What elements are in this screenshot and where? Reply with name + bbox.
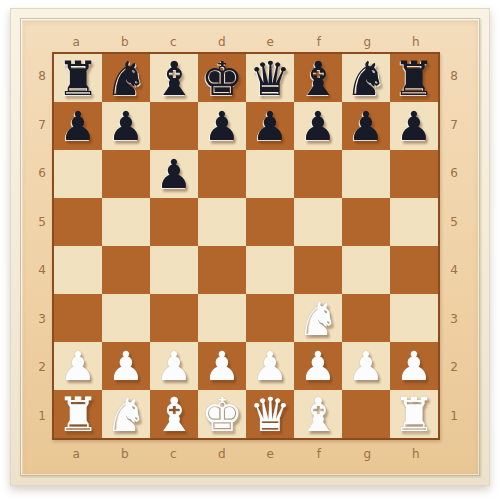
square-b1[interactable]: ♞ [102, 390, 150, 438]
square-f1[interactable]: ♝ [294, 390, 342, 438]
black-pawn[interactable]: ♟ [294, 102, 342, 150]
square-d2[interactable]: ♟ [198, 342, 246, 390]
board-face: abcdefgh abcdefgh 87654321 87654321 ♜♞♝♚… [22, 20, 478, 474]
square-b4[interactable] [102, 246, 150, 294]
square-h4[interactable] [390, 246, 438, 294]
square-g8[interactable]: ♞ [342, 54, 390, 102]
square-g6[interactable] [342, 150, 390, 198]
white-pawn[interactable]: ♟ [342, 342, 390, 390]
square-b7[interactable]: ♟ [102, 102, 150, 150]
square-c4[interactable] [150, 246, 198, 294]
rank-label-2: 2 [443, 343, 465, 392]
rank-label-8: 8 [31, 52, 53, 101]
square-b2[interactable]: ♟ [102, 342, 150, 390]
photo-background: abcdefgh abcdefgh 87654321 87654321 ♜♞♝♚… [0, 0, 500, 500]
square-a2[interactable]: ♟ [54, 342, 102, 390]
rank-label-6: 6 [31, 149, 53, 198]
white-king[interactable]: ♚ [198, 390, 246, 438]
square-a3[interactable] [54, 294, 102, 342]
file-labels-top: abcdefgh [52, 32, 440, 52]
rank-label-4: 4 [31, 246, 53, 295]
square-a5[interactable] [54, 198, 102, 246]
file-label-c: c [149, 444, 198, 464]
rank-label-7: 7 [443, 101, 465, 150]
square-e7[interactable]: ♟ [246, 102, 294, 150]
rank-label-3: 3 [443, 295, 465, 344]
file-label-d: d [198, 32, 247, 52]
square-c5[interactable] [150, 198, 198, 246]
white-pawn[interactable]: ♟ [294, 342, 342, 390]
file-label-b: b [101, 32, 150, 52]
square-e4[interactable] [246, 246, 294, 294]
black-knight[interactable]: ♞ [102, 54, 150, 102]
white-pawn[interactable]: ♟ [54, 342, 102, 390]
rank-label-7: 7 [31, 101, 53, 150]
square-a7[interactable]: ♟ [54, 102, 102, 150]
rank-label-1: 1 [31, 392, 53, 441]
square-g4[interactable] [342, 246, 390, 294]
file-label-h: h [392, 32, 441, 52]
square-h5[interactable] [390, 198, 438, 246]
black-rook[interactable]: ♜ [390, 54, 438, 102]
white-knight[interactable]: ♞ [102, 390, 150, 438]
square-h1[interactable]: ♜ [390, 390, 438, 438]
square-c2[interactable]: ♟ [150, 342, 198, 390]
black-rook[interactable]: ♜ [54, 54, 102, 102]
white-rook[interactable]: ♜ [390, 390, 438, 438]
square-e1[interactable]: ♛ [246, 390, 294, 438]
square-g7[interactable]: ♟ [342, 102, 390, 150]
rank-label-3: 3 [31, 295, 53, 344]
rank-label-8: 8 [443, 52, 465, 101]
file-label-a: a [52, 32, 101, 52]
rank-label-2: 2 [31, 343, 53, 392]
black-pawn[interactable]: ♟ [102, 102, 150, 150]
square-c1[interactable]: ♝ [150, 390, 198, 438]
square-c7[interactable] [150, 102, 198, 150]
square-h2[interactable]: ♟ [390, 342, 438, 390]
rank-label-5: 5 [31, 198, 53, 247]
square-h6[interactable] [390, 150, 438, 198]
black-pawn[interactable]: ♟ [390, 102, 438, 150]
black-pawn[interactable]: ♟ [150, 150, 198, 198]
file-labels-bottom: abcdefgh [52, 444, 440, 464]
rank-label-1: 1 [443, 392, 465, 441]
square-g2[interactable]: ♟ [342, 342, 390, 390]
file-label-a: a [52, 444, 101, 464]
square-c6[interactable]: ♟ [150, 150, 198, 198]
square-a6[interactable] [54, 150, 102, 198]
file-label-f: f [295, 444, 344, 464]
square-d1[interactable]: ♚ [198, 390, 246, 438]
square-a8[interactable]: ♜ [54, 54, 102, 102]
white-bishop[interactable]: ♝ [294, 390, 342, 438]
black-queen[interactable]: ♛ [246, 54, 294, 102]
white-rook[interactable]: ♜ [54, 390, 102, 438]
square-f2[interactable]: ♟ [294, 342, 342, 390]
white-knight[interactable]: ♞ [294, 294, 342, 342]
rank-label-6: 6 [443, 149, 465, 198]
square-d7[interactable]: ♟ [198, 102, 246, 150]
square-d5[interactable] [198, 198, 246, 246]
white-pawn[interactable]: ♟ [246, 342, 294, 390]
file-label-b: b [101, 444, 150, 464]
file-label-g: g [343, 444, 392, 464]
square-h8[interactable]: ♜ [390, 54, 438, 102]
black-king[interactable]: ♚ [198, 54, 246, 102]
file-label-e: e [246, 444, 295, 464]
chess-board: ♜♞♝♚♛♝♞♜♟♟♟♟♟♟♟♟♞♟♟♟♟♟♟♟♟♜♞♝♚♛♝♜ [52, 52, 440, 440]
black-pawn[interactable]: ♟ [198, 102, 246, 150]
white-queen[interactable]: ♛ [246, 390, 294, 438]
white-pawn[interactable]: ♟ [390, 342, 438, 390]
white-bishop[interactable]: ♝ [150, 390, 198, 438]
black-bishop[interactable]: ♝ [294, 54, 342, 102]
white-pawn[interactable]: ♟ [150, 342, 198, 390]
square-h3[interactable] [390, 294, 438, 342]
square-g1[interactable] [342, 390, 390, 438]
square-e2[interactable]: ♟ [246, 342, 294, 390]
rank-label-4: 4 [443, 246, 465, 295]
square-f6[interactable] [294, 150, 342, 198]
black-bishop[interactable]: ♝ [150, 54, 198, 102]
square-d6[interactable] [198, 150, 246, 198]
square-a4[interactable] [54, 246, 102, 294]
rank-label-5: 5 [443, 198, 465, 247]
square-b5[interactable] [102, 198, 150, 246]
square-a1[interactable]: ♜ [54, 390, 102, 438]
square-f3[interactable]: ♞ [294, 294, 342, 342]
rank-labels-right: 87654321 [443, 52, 465, 440]
rank-labels-left: 87654321 [31, 52, 53, 440]
black-pawn[interactable]: ♟ [342, 102, 390, 150]
file-label-f: f [295, 32, 344, 52]
square-f8[interactable]: ♝ [294, 54, 342, 102]
file-label-h: h [392, 444, 441, 464]
square-f7[interactable]: ♟ [294, 102, 342, 150]
black-knight[interactable]: ♞ [342, 54, 390, 102]
square-e5[interactable] [246, 198, 294, 246]
board-grid: ♜♞♝♚♛♝♞♜♟♟♟♟♟♟♟♟♞♟♟♟♟♟♟♟♟♜♞♝♚♛♝♜ [54, 54, 438, 438]
square-e6[interactable] [246, 150, 294, 198]
square-g5[interactable] [342, 198, 390, 246]
square-d8[interactable]: ♚ [198, 54, 246, 102]
black-pawn[interactable]: ♟ [246, 102, 294, 150]
square-c3[interactable] [150, 294, 198, 342]
square-c8[interactable]: ♝ [150, 54, 198, 102]
square-h7[interactable]: ♟ [390, 102, 438, 150]
file-label-c: c [149, 32, 198, 52]
file-label-d: d [198, 444, 247, 464]
square-g3[interactable] [342, 294, 390, 342]
white-pawn[interactable]: ♟ [198, 342, 246, 390]
square-f5[interactable] [294, 198, 342, 246]
black-pawn[interactable]: ♟ [54, 102, 102, 150]
white-pawn[interactable]: ♟ [102, 342, 150, 390]
square-d3[interactable] [198, 294, 246, 342]
square-f4[interactable] [294, 246, 342, 294]
square-e8[interactable]: ♛ [246, 54, 294, 102]
square-e3[interactable] [246, 294, 294, 342]
square-d4[interactable] [198, 246, 246, 294]
square-b6[interactable] [102, 150, 150, 198]
demo-board-frame: abcdefgh abcdefgh 87654321 87654321 ♜♞♝♚… [10, 8, 490, 486]
file-label-e: e [246, 32, 295, 52]
file-label-g: g [343, 32, 392, 52]
square-b8[interactable]: ♞ [102, 54, 150, 102]
square-b3[interactable] [102, 294, 150, 342]
